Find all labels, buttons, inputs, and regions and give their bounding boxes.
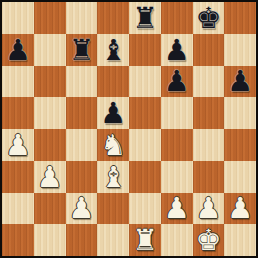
piece-black-pawn[interactable]: ♟ xyxy=(164,66,190,98)
square-b3[interactable]: ♟ xyxy=(34,161,66,193)
square-e6[interactable] xyxy=(129,66,161,98)
piece-white-knight[interactable]: ♞ xyxy=(100,129,126,161)
square-h3[interactable] xyxy=(224,161,256,193)
square-f6[interactable]: ♟ xyxy=(161,66,193,98)
square-a5[interactable] xyxy=(2,97,34,129)
piece-white-pawn[interactable]: ♟ xyxy=(68,193,94,225)
square-c7[interactable]: ♜ xyxy=(66,34,98,66)
square-g3[interactable] xyxy=(193,161,225,193)
chess-board-frame: ♜♚♟♜♝♟♟♟♟♟♞♟♝♟♟♟♟♜♚ xyxy=(0,0,258,258)
square-g5[interactable] xyxy=(193,97,225,129)
square-b7[interactable] xyxy=(34,34,66,66)
square-b6[interactable] xyxy=(34,66,66,98)
square-d7[interactable]: ♝ xyxy=(97,34,129,66)
piece-white-pawn[interactable]: ♟ xyxy=(195,193,221,225)
piece-black-pawn[interactable]: ♟ xyxy=(5,34,31,66)
square-c3[interactable] xyxy=(66,161,98,193)
square-d2[interactable] xyxy=(97,193,129,225)
square-b1[interactable] xyxy=(34,224,66,256)
square-a2[interactable] xyxy=(2,193,34,225)
square-c5[interactable] xyxy=(66,97,98,129)
piece-white-pawn[interactable]: ♟ xyxy=(227,193,253,225)
square-h1[interactable] xyxy=(224,224,256,256)
square-f1[interactable] xyxy=(161,224,193,256)
square-e4[interactable] xyxy=(129,129,161,161)
chess-board: ♜♚♟♜♝♟♟♟♟♟♞♟♝♟♟♟♟♜♚ xyxy=(2,2,256,256)
square-d5[interactable]: ♟ xyxy=(97,97,129,129)
square-c1[interactable] xyxy=(66,224,98,256)
piece-white-pawn[interactable]: ♟ xyxy=(164,193,190,225)
square-e3[interactable] xyxy=(129,161,161,193)
square-a4[interactable]: ♟ xyxy=(2,129,34,161)
piece-white-bishop[interactable]: ♝ xyxy=(100,161,126,193)
square-d4[interactable]: ♞ xyxy=(97,129,129,161)
square-a8[interactable] xyxy=(2,2,34,34)
square-f8[interactable] xyxy=(161,2,193,34)
square-d1[interactable] xyxy=(97,224,129,256)
square-f4[interactable] xyxy=(161,129,193,161)
piece-black-king[interactable]: ♚ xyxy=(195,2,221,34)
square-a3[interactable] xyxy=(2,161,34,193)
square-h7[interactable] xyxy=(224,34,256,66)
square-a1[interactable] xyxy=(2,224,34,256)
square-c6[interactable] xyxy=(66,66,98,98)
square-g4[interactable] xyxy=(193,129,225,161)
piece-white-pawn[interactable]: ♟ xyxy=(37,161,63,193)
square-b2[interactable] xyxy=(34,193,66,225)
square-b8[interactable] xyxy=(34,2,66,34)
square-c2[interactable]: ♟ xyxy=(66,193,98,225)
piece-black-pawn[interactable]: ♟ xyxy=(164,34,190,66)
square-a6[interactable] xyxy=(2,66,34,98)
square-d6[interactable] xyxy=(97,66,129,98)
square-h6[interactable]: ♟ xyxy=(224,66,256,98)
piece-black-pawn[interactable]: ♟ xyxy=(227,66,253,98)
piece-black-rook[interactable]: ♜ xyxy=(132,2,158,34)
square-e7[interactable] xyxy=(129,34,161,66)
square-b5[interactable] xyxy=(34,97,66,129)
piece-black-pawn[interactable]: ♟ xyxy=(100,97,126,129)
square-c8[interactable] xyxy=(66,2,98,34)
piece-white-king[interactable]: ♚ xyxy=(195,224,221,256)
square-e2[interactable] xyxy=(129,193,161,225)
square-h4[interactable] xyxy=(224,129,256,161)
piece-black-rook[interactable]: ♜ xyxy=(68,34,94,66)
square-g2[interactable]: ♟ xyxy=(193,193,225,225)
piece-white-rook[interactable]: ♜ xyxy=(132,224,158,256)
square-f2[interactable]: ♟ xyxy=(161,193,193,225)
square-h2[interactable]: ♟ xyxy=(224,193,256,225)
square-h8[interactable] xyxy=(224,2,256,34)
square-c4[interactable] xyxy=(66,129,98,161)
square-e8[interactable]: ♜ xyxy=(129,2,161,34)
square-b4[interactable] xyxy=(34,129,66,161)
square-a7[interactable]: ♟ xyxy=(2,34,34,66)
square-g7[interactable] xyxy=(193,34,225,66)
piece-black-bishop[interactable]: ♝ xyxy=(100,34,126,66)
square-g6[interactable] xyxy=(193,66,225,98)
square-f7[interactable]: ♟ xyxy=(161,34,193,66)
square-d3[interactable]: ♝ xyxy=(97,161,129,193)
square-e1[interactable]: ♜ xyxy=(129,224,161,256)
square-f5[interactable] xyxy=(161,97,193,129)
square-f3[interactable] xyxy=(161,161,193,193)
square-h5[interactable] xyxy=(224,97,256,129)
square-g8[interactable]: ♚ xyxy=(193,2,225,34)
piece-white-pawn[interactable]: ♟ xyxy=(5,129,31,161)
square-g1[interactable]: ♚ xyxy=(193,224,225,256)
square-d8[interactable] xyxy=(97,2,129,34)
square-e5[interactable] xyxy=(129,97,161,129)
